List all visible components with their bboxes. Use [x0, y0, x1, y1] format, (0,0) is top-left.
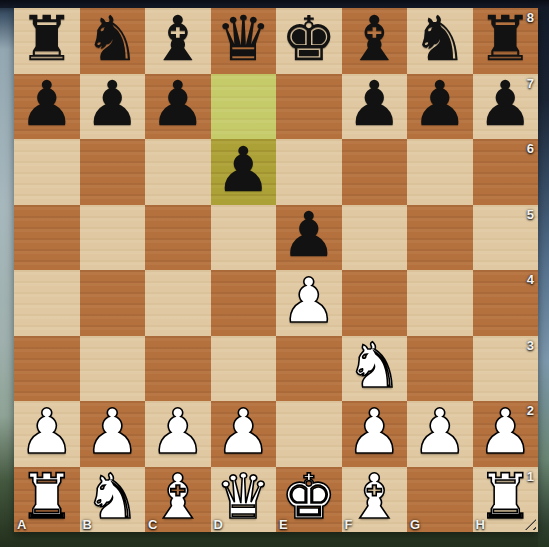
square-h6[interactable] — [473, 139, 539, 205]
piece-white-pawn[interactable]: ♟ — [412, 401, 468, 463]
square-g4[interactable] — [407, 270, 473, 336]
piece-black-king[interactable]: ♚ — [281, 8, 337, 70]
square-b1[interactable]: ♞ — [80, 467, 146, 533]
square-e3[interactable] — [276, 336, 342, 402]
square-g7[interactable]: ♟ — [407, 74, 473, 140]
piece-white-pawn[interactable]: ♟ — [281, 270, 337, 332]
square-d1[interactable]: ♛ — [211, 467, 277, 533]
piece-white-pawn[interactable]: ♟ — [346, 401, 402, 463]
square-d3[interactable] — [211, 336, 277, 402]
square-b2[interactable]: ♟ — [80, 401, 146, 467]
square-a7[interactable]: ♟ — [14, 74, 80, 140]
piece-black-knight[interactable]: ♞ — [84, 8, 140, 70]
square-h8[interactable]: ♜ — [473, 8, 539, 74]
square-a3[interactable] — [14, 336, 80, 402]
square-f2[interactable]: ♟ — [342, 401, 408, 467]
square-c7[interactable]: ♟ — [145, 74, 211, 140]
piece-white-bishop[interactable]: ♝ — [150, 466, 206, 528]
square-a5[interactable] — [14, 205, 80, 271]
square-d2[interactable]: ♟ — [211, 401, 277, 467]
piece-white-king[interactable]: ♚ — [281, 466, 337, 528]
piece-black-pawn[interactable]: ♟ — [84, 73, 140, 135]
square-c5[interactable] — [145, 205, 211, 271]
square-d5[interactable] — [211, 205, 277, 271]
square-d7[interactable] — [211, 74, 277, 140]
square-a6[interactable] — [14, 139, 80, 205]
square-e7[interactable] — [276, 74, 342, 140]
piece-black-pawn[interactable]: ♟ — [19, 73, 75, 135]
square-g5[interactable] — [407, 205, 473, 271]
square-h1[interactable]: ♜ — [473, 467, 539, 533]
piece-white-pawn[interactable]: ♟ — [215, 401, 271, 463]
square-e4[interactable]: ♟ — [276, 270, 342, 336]
square-c1[interactable]: ♝ — [145, 467, 211, 533]
piece-black-rook[interactable]: ♜ — [477, 8, 533, 70]
square-h7[interactable]: ♟ — [473, 74, 539, 140]
square-g2[interactable]: ♟ — [407, 401, 473, 467]
piece-black-pawn[interactable]: ♟ — [150, 73, 206, 135]
square-b5[interactable] — [80, 205, 146, 271]
square-e1[interactable]: ♚ — [276, 467, 342, 533]
piece-black-pawn[interactable]: ♟ — [477, 73, 533, 135]
square-f5[interactable] — [342, 205, 408, 271]
square-e8[interactable]: ♚ — [276, 8, 342, 74]
piece-black-queen[interactable]: ♛ — [215, 8, 271, 70]
piece-black-pawn[interactable]: ♟ — [412, 73, 468, 135]
square-b4[interactable] — [80, 270, 146, 336]
piece-white-knight[interactable]: ♞ — [346, 335, 402, 397]
square-b8[interactable]: ♞ — [80, 8, 146, 74]
piece-black-bishop[interactable]: ♝ — [150, 8, 206, 70]
square-h3[interactable] — [473, 336, 539, 402]
square-g3[interactable] — [407, 336, 473, 402]
square-a4[interactable] — [14, 270, 80, 336]
piece-black-bishop[interactable]: ♝ — [346, 8, 402, 70]
square-f7[interactable]: ♟ — [342, 74, 408, 140]
piece-black-pawn[interactable]: ♟ — [215, 139, 271, 201]
square-e2[interactable] — [276, 401, 342, 467]
square-b6[interactable] — [80, 139, 146, 205]
piece-black-rook[interactable]: ♜ — [19, 8, 75, 70]
piece-white-pawn[interactable]: ♟ — [19, 401, 75, 463]
piece-black-pawn[interactable]: ♟ — [346, 73, 402, 135]
square-c3[interactable] — [145, 336, 211, 402]
piece-white-rook[interactable]: ♜ — [477, 466, 533, 528]
square-h5[interactable] — [473, 205, 539, 271]
square-f1[interactable]: ♝ — [342, 467, 408, 533]
square-b7[interactable]: ♟ — [80, 74, 146, 140]
piece-white-pawn[interactable]: ♟ — [84, 401, 140, 463]
square-b3[interactable] — [80, 336, 146, 402]
square-c4[interactable] — [145, 270, 211, 336]
square-a1[interactable]: ♜ — [14, 467, 80, 533]
square-f8[interactable]: ♝ — [342, 8, 408, 74]
background-photo: ♜♞♝♛♚♝♞♜♟♟♟♟♟♟♟♟♟♞♟♟♟♟♟♟♟♜♞♝♛♚♝♜ 1234567… — [0, 0, 549, 547]
piece-white-pawn[interactable]: ♟ — [477, 401, 533, 463]
square-a8[interactable]: ♜ — [14, 8, 80, 74]
square-h4[interactable] — [473, 270, 539, 336]
square-c6[interactable] — [145, 139, 211, 205]
piece-white-knight[interactable]: ♞ — [84, 466, 140, 528]
square-f6[interactable] — [342, 139, 408, 205]
square-g1[interactable] — [407, 467, 473, 533]
square-c2[interactable]: ♟ — [145, 401, 211, 467]
square-f3[interactable]: ♞ — [342, 336, 408, 402]
square-f4[interactable] — [342, 270, 408, 336]
square-e6[interactable] — [276, 139, 342, 205]
square-e5[interactable]: ♟ — [276, 205, 342, 271]
square-d4[interactable] — [211, 270, 277, 336]
square-h2[interactable]: ♟ — [473, 401, 539, 467]
square-g8[interactable]: ♞ — [407, 8, 473, 74]
chess-board: ♜♞♝♛♚♝♞♜♟♟♟♟♟♟♟♟♟♞♟♟♟♟♟♟♟♜♞♝♛♚♝♜ 1234567… — [14, 8, 538, 532]
piece-white-rook[interactable]: ♜ — [19, 466, 75, 528]
piece-black-knight[interactable]: ♞ — [412, 8, 468, 70]
piece-white-bishop[interactable]: ♝ — [346, 466, 402, 528]
square-c8[interactable]: ♝ — [145, 8, 211, 74]
square-g6[interactable] — [407, 139, 473, 205]
square-d6[interactable]: ♟ — [211, 139, 277, 205]
background-right-strip — [538, 0, 549, 547]
square-a2[interactable]: ♟ — [14, 401, 80, 467]
piece-white-queen[interactable]: ♛ — [215, 466, 271, 528]
square-d8[interactable]: ♛ — [211, 8, 277, 74]
piece-white-pawn[interactable]: ♟ — [150, 401, 206, 463]
piece-black-pawn[interactable]: ♟ — [281, 204, 337, 266]
